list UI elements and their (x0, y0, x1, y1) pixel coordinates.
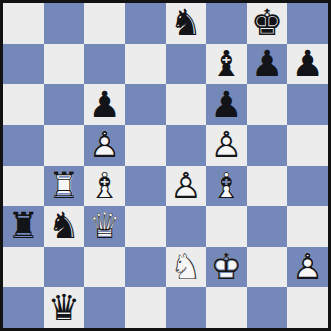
piece-white-knight[interactable]: ♞♘ (166, 247, 207, 288)
square-f7[interactable]: ♝ (206, 44, 247, 85)
square-h8[interactable] (287, 3, 328, 44)
square-d2[interactable] (125, 247, 166, 288)
piece-glyph-solid: ♟ (247, 44, 288, 85)
square-e1[interactable] (166, 287, 207, 328)
square-g3[interactable] (247, 206, 288, 247)
square-c6[interactable]: ♟ (84, 84, 125, 125)
square-e5[interactable] (166, 125, 207, 166)
square-b1[interactable]: ♛ (44, 287, 85, 328)
piece-white-bishop[interactable]: ♝♗ (84, 166, 125, 207)
square-b6[interactable] (44, 84, 85, 125)
square-e3[interactable] (166, 206, 207, 247)
piece-glyph-outline: ♔ (206, 247, 247, 288)
square-a8[interactable] (3, 3, 44, 44)
square-d3[interactable] (125, 206, 166, 247)
square-g7[interactable]: ♟ (247, 44, 288, 85)
square-e4[interactable]: ♟♙ (166, 166, 207, 207)
square-b3[interactable]: ♞ (44, 206, 85, 247)
piece-glyph-outline: ♙ (166, 166, 207, 207)
piece-glyph-solid: ♜ (3, 206, 44, 247)
square-e7[interactable] (166, 44, 207, 85)
square-a6[interactable] (3, 84, 44, 125)
square-c8[interactable] (84, 3, 125, 44)
square-b4[interactable]: ♜♖ (44, 166, 85, 207)
square-b8[interactable] (44, 3, 85, 44)
square-d5[interactable] (125, 125, 166, 166)
square-g2[interactable] (247, 247, 288, 288)
square-e8[interactable]: ♞ (166, 3, 207, 44)
square-f4[interactable]: ♝♗ (206, 166, 247, 207)
square-g5[interactable] (247, 125, 288, 166)
square-c7[interactable] (84, 44, 125, 85)
piece-glyph-solid: ♝ (206, 44, 247, 85)
chess-board-frame: ♞♚♝♟♟♟♟♟♙♟♙♜♖♝♗♟♙♝♗♜♞♛♕♞♘♚♔♟♙♛ (0, 0, 331, 331)
square-h2[interactable]: ♟♙ (287, 247, 328, 288)
square-b7[interactable] (44, 44, 85, 85)
square-f5[interactable]: ♟♙ (206, 125, 247, 166)
square-b2[interactable] (44, 247, 85, 288)
square-f2[interactable]: ♚♔ (206, 247, 247, 288)
piece-glyph-solid: ♟ (287, 44, 328, 85)
square-h6[interactable] (287, 84, 328, 125)
piece-white-bishop[interactable]: ♝♗ (206, 166, 247, 207)
piece-black-queen[interactable]: ♛ (44, 287, 85, 328)
piece-black-pawn[interactable]: ♟ (287, 44, 328, 85)
piece-glyph-solid: ♟ (84, 84, 125, 125)
square-d7[interactable] (125, 44, 166, 85)
square-h4[interactable] (287, 166, 328, 207)
piece-glyph-outline: ♗ (84, 166, 125, 207)
square-g4[interactable] (247, 166, 288, 207)
square-f1[interactable] (206, 287, 247, 328)
piece-white-queen[interactable]: ♛♕ (84, 206, 125, 247)
piece-glyph-solid: ♟ (206, 84, 247, 125)
piece-glyph-solid: ♛ (44, 287, 85, 328)
piece-glyph-solid: ♞ (166, 3, 207, 44)
square-f8[interactable] (206, 3, 247, 44)
square-d4[interactable] (125, 166, 166, 207)
square-a2[interactable] (3, 247, 44, 288)
square-g8[interactable]: ♚ (247, 3, 288, 44)
piece-white-rook[interactable]: ♜♖ (44, 166, 85, 207)
piece-black-pawn[interactable]: ♟ (247, 44, 288, 85)
square-f3[interactable] (206, 206, 247, 247)
square-c3[interactable]: ♛♕ (84, 206, 125, 247)
square-d1[interactable] (125, 287, 166, 328)
piece-white-pawn[interactable]: ♟♙ (166, 166, 207, 207)
piece-glyph-outline: ♙ (287, 247, 328, 288)
piece-white-pawn[interactable]: ♟♙ (84, 125, 125, 166)
square-a1[interactable] (3, 287, 44, 328)
piece-black-rook[interactable]: ♜ (3, 206, 44, 247)
piece-glyph-outline: ♕ (84, 206, 125, 247)
piece-glyph-outline: ♙ (84, 125, 125, 166)
piece-white-king[interactable]: ♚♔ (206, 247, 247, 288)
square-e2[interactable]: ♞♘ (166, 247, 207, 288)
square-c4[interactable]: ♝♗ (84, 166, 125, 207)
square-d8[interactable] (125, 3, 166, 44)
square-c5[interactable]: ♟♙ (84, 125, 125, 166)
square-c1[interactable] (84, 287, 125, 328)
piece-black-king[interactable]: ♚ (247, 3, 288, 44)
square-a5[interactable] (3, 125, 44, 166)
square-a7[interactable] (3, 44, 44, 85)
square-d6[interactable] (125, 84, 166, 125)
piece-white-pawn[interactable]: ♟♙ (206, 125, 247, 166)
piece-glyph-outline: ♗ (206, 166, 247, 207)
piece-glyph-solid: ♚ (247, 3, 288, 44)
square-g1[interactable] (247, 287, 288, 328)
square-h3[interactable] (287, 206, 328, 247)
square-h7[interactable]: ♟ (287, 44, 328, 85)
piece-glyph-outline: ♘ (166, 247, 207, 288)
square-c2[interactable] (84, 247, 125, 288)
piece-black-pawn[interactable]: ♟ (206, 84, 247, 125)
piece-glyph-outline: ♖ (44, 166, 85, 207)
piece-black-knight[interactable]: ♞ (44, 206, 85, 247)
chess-board: ♞♚♝♟♟♟♟♟♙♟♙♜♖♝♗♟♙♝♗♜♞♛♕♞♘♚♔♟♙♛ (3, 3, 328, 328)
piece-black-knight[interactable]: ♞ (166, 3, 207, 44)
square-h5[interactable] (287, 125, 328, 166)
square-e6[interactable] (166, 84, 207, 125)
piece-glyph-solid: ♞ (44, 206, 85, 247)
piece-black-bishop[interactable]: ♝ (206, 44, 247, 85)
square-a3[interactable]: ♜ (3, 206, 44, 247)
square-g6[interactable] (247, 84, 288, 125)
square-f6[interactable]: ♟ (206, 84, 247, 125)
piece-glyph-outline: ♙ (206, 125, 247, 166)
square-h1[interactable] (287, 287, 328, 328)
piece-black-pawn[interactable]: ♟ (84, 84, 125, 125)
square-a4[interactable] (3, 166, 44, 207)
square-b5[interactable] (44, 125, 85, 166)
piece-white-pawn[interactable]: ♟♙ (287, 247, 328, 288)
